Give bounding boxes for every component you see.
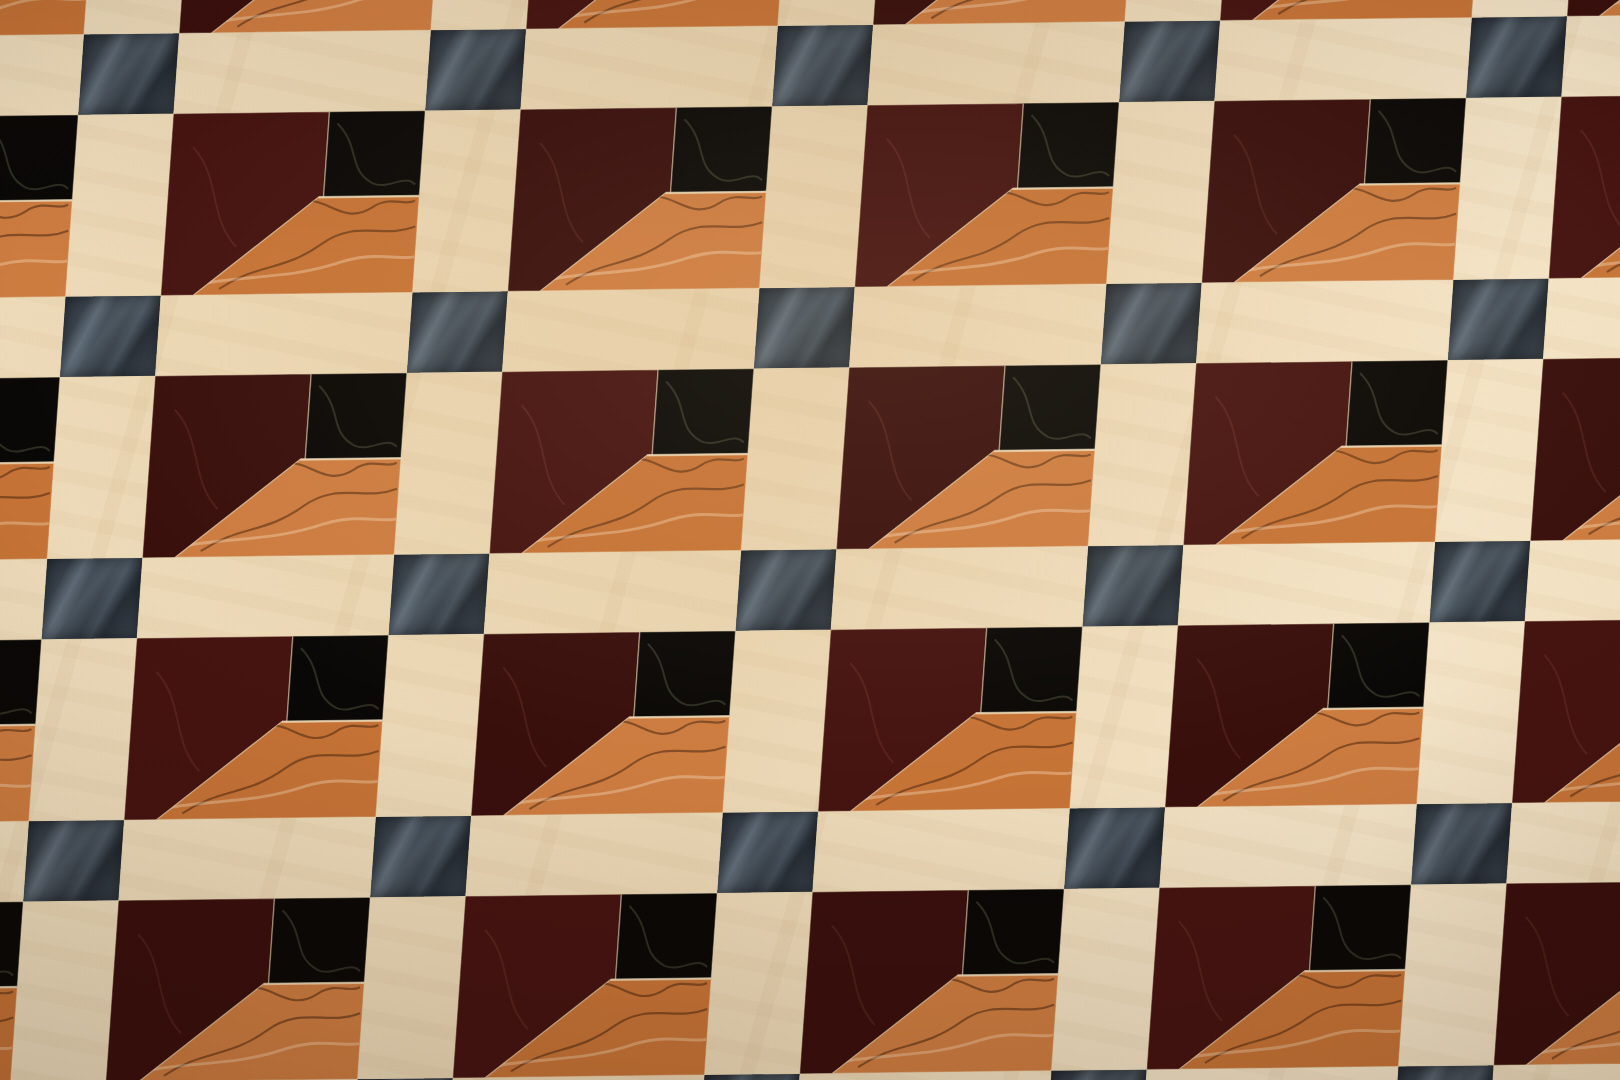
cell-orange-face (0, 462, 54, 561)
orange-top-seam (282, 721, 383, 722)
orange-top-seam (0, 200, 72, 201)
cube-cell (1494, 880, 1620, 1065)
intersection-square (389, 554, 490, 635)
cube-cell (0, 115, 78, 300)
cube-cell (0, 639, 42, 824)
orange-top-seam (0, 463, 54, 464)
cell-orange-face (0, 987, 17, 1080)
cube-cell (1567, 0, 1620, 16)
orange-top-seam (1359, 183, 1460, 184)
cube-cell (0, 901, 23, 1080)
cube-cell (0, 0, 97, 38)
intersection-square (42, 558, 143, 639)
intersection-square (1064, 807, 1165, 888)
orange-top-seam (0, 987, 17, 988)
cube-cell (1183, 360, 1448, 545)
orange-top-seam (1323, 708, 1424, 709)
cube-cell (1147, 884, 1412, 1069)
cube-cell (124, 635, 389, 820)
cube-cell (800, 889, 1065, 1074)
cube-cell (106, 897, 371, 1080)
cube-cell (179, 0, 444, 33)
cube-cell (1530, 356, 1620, 541)
cube-cell (1512, 618, 1620, 803)
cube-cell (471, 631, 736, 816)
orange-top-seam (300, 458, 401, 459)
intersection-square (1411, 803, 1512, 884)
cube-cell (0, 377, 60, 562)
orange-top-seam (666, 192, 767, 193)
cube-cell (489, 368, 754, 553)
intersection-square (78, 33, 179, 114)
intersection-square (717, 812, 818, 893)
intersection-square (1101, 283, 1202, 364)
intersection-square (699, 1074, 800, 1080)
intersection-square (425, 29, 526, 110)
cube-cell (818, 626, 1083, 811)
cube-cell (855, 102, 1120, 287)
intersection-square (1046, 1070, 1147, 1080)
cube-cell (1165, 622, 1430, 807)
intersection-square (407, 291, 508, 372)
orange-top-seam (957, 974, 1058, 975)
orange-top-seam (994, 450, 1095, 451)
intersection-square (754, 287, 855, 368)
intersection-square (60, 296, 161, 377)
cube-cell (873, 0, 1138, 25)
intersection-square (736, 549, 837, 630)
orange-top-seam (647, 454, 748, 455)
orange-top-seam (611, 979, 712, 980)
orange-top-seam (629, 716, 730, 717)
intersection-square (1466, 16, 1567, 97)
cell-maroon-face (1549, 95, 1620, 279)
cube-cell (1549, 93, 1620, 278)
intersection-square (1448, 279, 1549, 360)
cube-cell (836, 364, 1101, 549)
intersection-square (23, 820, 124, 901)
marble-floor-board (0, 0, 1620, 1080)
cube-cell (453, 893, 718, 1078)
orange-top-seam (1341, 446, 1442, 447)
cell-orange-face (0, 725, 36, 824)
cube-cell (1202, 98, 1467, 283)
intersection-square (772, 25, 873, 106)
cube-cell (526, 0, 791, 29)
cell-orange-face (1253, 0, 1479, 20)
orange-top-seam (264, 983, 365, 984)
intersection-square (1083, 545, 1184, 626)
intersection-square (1119, 21, 1220, 102)
intersection-square (370, 816, 471, 897)
cell-orange-face (0, 0, 91, 37)
intersection-square (1393, 1065, 1494, 1080)
orange-top-seam (319, 196, 420, 197)
orange-top-seam (1013, 188, 1114, 189)
floor-photo (0, 0, 1620, 1080)
cube-cell (1220, 0, 1485, 21)
orange-top-seam (1304, 970, 1405, 971)
intersection-square (1430, 541, 1531, 622)
cell-orange-face (0, 200, 72, 299)
cube-cell (161, 110, 426, 295)
cube-cell (508, 106, 773, 291)
orange-top-seam (0, 725, 36, 726)
cube-cell (142, 373, 407, 558)
orange-top-seam (976, 712, 1077, 713)
